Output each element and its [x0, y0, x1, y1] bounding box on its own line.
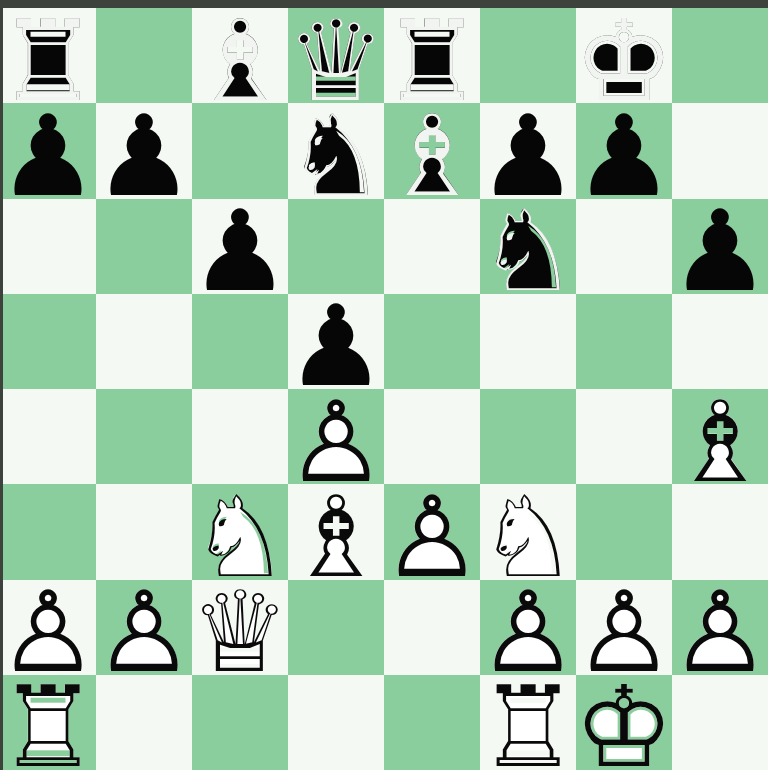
piece-glyph-layer: ♖ — [480, 680, 576, 770]
square-f2[interactable]: ♟♙ — [480, 580, 576, 675]
piece-glyph-layer: ♗ — [672, 394, 768, 489]
square-b6[interactable] — [96, 199, 192, 294]
square-b8[interactable] — [96, 8, 192, 103]
piece-glyph-layer: ♘ — [288, 108, 384, 203]
square-g4[interactable] — [576, 389, 672, 484]
square-c2[interactable]: ♛♕ — [192, 580, 288, 675]
piece-glyph-layer: ♟ — [288, 394, 384, 489]
square-e3[interactable]: ♟♙ — [384, 484, 480, 579]
piece-glyph-layer: ♖ — [0, 680, 96, 770]
square-c1[interactable] — [192, 675, 288, 770]
square-g8[interactable]: ♚♔ — [576, 8, 672, 103]
square-a4[interactable] — [0, 389, 96, 484]
black-pawn[interactable]: ♟ — [672, 199, 768, 294]
piece-glyph-layer: ♔ — [576, 13, 672, 108]
piece-glyph-layer: ♘ — [480, 489, 576, 584]
square-a3[interactable] — [0, 484, 96, 579]
black-pawn[interactable]: ♟ — [192, 199, 288, 294]
square-g6[interactable] — [576, 199, 672, 294]
black-pawn[interactable]: ♟ — [288, 294, 384, 389]
white-knight[interactable]: ♞♘ — [480, 484, 576, 579]
black-knight[interactable]: ♞♘ — [288, 103, 384, 198]
square-c8[interactable]: ♝♗ — [192, 8, 288, 103]
square-d1[interactable] — [288, 675, 384, 770]
piece-glyph-layer: ♔ — [576, 680, 672, 770]
piece-glyph-layer: ♖ — [0, 13, 96, 108]
piece-glyph-layer: ♝ — [192, 13, 288, 108]
white-queen[interactable]: ♛♕ — [192, 580, 288, 675]
piece-glyph-layer: ♖ — [384, 13, 480, 108]
square-b4[interactable] — [96, 389, 192, 484]
square-a2[interactable]: ♟♙ — [0, 580, 96, 675]
square-h7[interactable] — [672, 103, 768, 198]
square-b5[interactable] — [96, 294, 192, 389]
piece-glyph-layer: ♟ — [576, 108, 672, 203]
white-pawn[interactable]: ♟♙ — [672, 580, 768, 675]
white-rook[interactable]: ♜♖ — [0, 675, 96, 770]
square-h1[interactable] — [672, 675, 768, 770]
piece-glyph-layer: ♛ — [192, 585, 288, 680]
square-f3[interactable]: ♞♘ — [480, 484, 576, 579]
square-c7[interactable] — [192, 103, 288, 198]
piece-glyph-layer: ♙ — [672, 585, 768, 680]
chess-app-screenshot: ♜♖♝♗♛♕♜♖♚♔♟♟♞♘♝♗♟♟♟♞♘♟♟♟♙♝♗♞♘♝♗♟♙♞♘♟♙♟♙♛… — [0, 0, 768, 770]
black-rook[interactable]: ♜♖ — [0, 8, 96, 103]
piece-glyph-layer: ♕ — [192, 585, 288, 680]
white-pawn[interactable]: ♟♙ — [480, 580, 576, 675]
piece-glyph-layer: ♟ — [672, 585, 768, 680]
chess-board: ♜♖♝♗♛♕♜♖♚♔♟♟♞♘♝♗♟♟♟♞♘♟♟♟♙♝♗♞♘♝♗♟♙♞♘♟♙♟♙♛… — [0, 8, 768, 770]
square-e1[interactable] — [384, 675, 480, 770]
white-pawn[interactable]: ♟♙ — [0, 580, 96, 675]
square-e5[interactable] — [384, 294, 480, 389]
square-e4[interactable] — [384, 389, 480, 484]
piece-glyph-layer: ♞ — [288, 108, 384, 203]
piece-glyph-layer: ♜ — [0, 680, 96, 770]
square-d8[interactable]: ♛♕ — [288, 8, 384, 103]
piece-glyph-layer: ♙ — [96, 585, 192, 680]
piece-glyph-layer: ♗ — [384, 108, 480, 203]
black-bishop[interactable]: ♝♗ — [192, 8, 288, 103]
square-h3[interactable] — [672, 484, 768, 579]
white-pawn[interactable]: ♟♙ — [288, 389, 384, 484]
square-a6[interactable] — [0, 199, 96, 294]
black-king[interactable]: ♚♔ — [576, 8, 672, 103]
screen-edge-top-bar — [0, 0, 768, 8]
white-pawn[interactable]: ♟♙ — [576, 580, 672, 675]
square-d5[interactable]: ♟ — [288, 294, 384, 389]
piece-glyph-layer: ♘ — [480, 204, 576, 299]
piece-glyph-layer: ♞ — [192, 489, 288, 584]
piece-glyph-layer: ♟ — [192, 204, 288, 299]
square-g5[interactable] — [576, 294, 672, 389]
square-b3[interactable] — [96, 484, 192, 579]
square-c6[interactable]: ♟ — [192, 199, 288, 294]
piece-glyph-layer: ♞ — [480, 204, 576, 299]
piece-glyph-layer: ♚ — [576, 13, 672, 108]
square-f7[interactable]: ♟ — [480, 103, 576, 198]
piece-glyph-layer: ♟ — [672, 204, 768, 299]
white-bishop[interactable]: ♝♗ — [288, 484, 384, 579]
black-pawn[interactable]: ♟ — [480, 103, 576, 198]
square-a7[interactable]: ♟ — [0, 103, 96, 198]
square-f4[interactable] — [480, 389, 576, 484]
piece-glyph-layer: ♚ — [576, 680, 672, 770]
piece-glyph-layer: ♗ — [192, 13, 288, 108]
piece-glyph-layer: ♙ — [480, 585, 576, 680]
piece-glyph-layer: ♙ — [576, 585, 672, 680]
square-a1[interactable]: ♜♖ — [0, 675, 96, 770]
piece-glyph-layer: ♕ — [288, 13, 384, 108]
square-f8[interactable] — [480, 8, 576, 103]
piece-glyph-layer: ♝ — [672, 394, 768, 489]
piece-glyph-layer: ♟ — [480, 108, 576, 203]
piece-glyph-layer: ♗ — [288, 489, 384, 584]
square-h5[interactable] — [672, 294, 768, 389]
piece-glyph-layer: ♛ — [288, 13, 384, 108]
piece-glyph-layer: ♜ — [0, 13, 96, 108]
square-e2[interactable] — [384, 580, 480, 675]
piece-glyph-layer: ♟ — [576, 585, 672, 680]
piece-glyph-layer: ♜ — [480, 680, 576, 770]
square-g2[interactable]: ♟♙ — [576, 580, 672, 675]
square-h2[interactable]: ♟♙ — [672, 580, 768, 675]
piece-glyph-layer: ♝ — [288, 489, 384, 584]
square-f1[interactable]: ♜♖ — [480, 675, 576, 770]
square-f5[interactable] — [480, 294, 576, 389]
square-e8[interactable]: ♜♖ — [384, 8, 480, 103]
white-pawn[interactable]: ♟♙ — [96, 580, 192, 675]
black-rook[interactable]: ♜♖ — [384, 8, 480, 103]
white-pawn[interactable]: ♟♙ — [384, 484, 480, 579]
square-h6[interactable]: ♟ — [672, 199, 768, 294]
screen-edge-left-line — [0, 0, 3, 770]
piece-glyph-layer: ♞ — [480, 489, 576, 584]
piece-glyph-layer: ♘ — [192, 489, 288, 584]
piece-glyph-layer: ♟ — [96, 108, 192, 203]
square-h4[interactable]: ♝♗ — [672, 389, 768, 484]
white-bishop[interactable]: ♝♗ — [672, 389, 768, 484]
black-pawn[interactable]: ♟ — [96, 103, 192, 198]
piece-glyph-layer: ♟ — [0, 108, 96, 203]
square-b7[interactable]: ♟ — [96, 103, 192, 198]
white-king[interactable]: ♚♔ — [576, 675, 672, 770]
square-d4[interactable]: ♟♙ — [288, 389, 384, 484]
square-f6[interactable]: ♞♘ — [480, 199, 576, 294]
square-e7[interactable]: ♝♗ — [384, 103, 480, 198]
square-e6[interactable] — [384, 199, 480, 294]
square-g1[interactable]: ♚♔ — [576, 675, 672, 770]
piece-glyph-layer: ♟ — [480, 585, 576, 680]
piece-glyph-layer: ♜ — [384, 13, 480, 108]
square-a8[interactable]: ♜♖ — [0, 8, 96, 103]
piece-glyph-layer: ♙ — [0, 585, 96, 680]
square-g3[interactable] — [576, 484, 672, 579]
square-c5[interactable] — [192, 294, 288, 389]
white-knight[interactable]: ♞♘ — [192, 484, 288, 579]
square-a5[interactable] — [0, 294, 96, 389]
piece-glyph-layer: ♟ — [288, 299, 384, 394]
square-d3[interactable]: ♝♗ — [288, 484, 384, 579]
piece-glyph-layer: ♟ — [0, 585, 96, 680]
square-d7[interactable]: ♞♘ — [288, 103, 384, 198]
square-g7[interactable]: ♟ — [576, 103, 672, 198]
square-b2[interactable]: ♟♙ — [96, 580, 192, 675]
square-d2[interactable] — [288, 580, 384, 675]
square-d6[interactable] — [288, 199, 384, 294]
black-queen[interactable]: ♛♕ — [288, 8, 384, 103]
square-c3[interactable]: ♞♘ — [192, 484, 288, 579]
black-knight[interactable]: ♞♘ — [480, 199, 576, 294]
square-b1[interactable] — [96, 675, 192, 770]
black-pawn[interactable]: ♟ — [576, 103, 672, 198]
piece-glyph-layer: ♙ — [288, 394, 384, 489]
white-rook[interactable]: ♜♖ — [480, 675, 576, 770]
square-h8[interactable] — [672, 8, 768, 103]
black-pawn[interactable]: ♟ — [0, 103, 96, 198]
piece-glyph-layer: ♙ — [384, 489, 480, 584]
piece-glyph-layer: ♟ — [96, 585, 192, 680]
piece-glyph-layer: ♝ — [384, 108, 480, 203]
black-bishop[interactable]: ♝♗ — [384, 103, 480, 198]
piece-glyph-layer: ♟ — [384, 489, 480, 584]
square-c4[interactable] — [192, 389, 288, 484]
